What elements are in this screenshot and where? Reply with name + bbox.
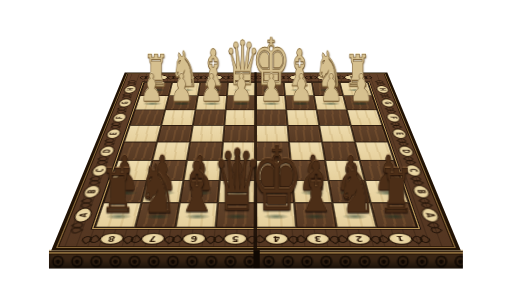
scroll-carving xyxy=(139,76,153,79)
scroll-carving xyxy=(249,76,262,79)
coordinate-label-8: 8 xyxy=(99,234,123,244)
square-a3 xyxy=(130,110,165,125)
scroll-carving xyxy=(379,93,389,100)
scroll-carving xyxy=(304,76,318,79)
scroll-carving xyxy=(110,121,122,129)
square-b4 xyxy=(157,125,193,142)
board-front-edge xyxy=(49,250,463,269)
square-d3 xyxy=(224,110,256,125)
square-h3 xyxy=(347,110,382,125)
scroll-carving xyxy=(166,76,180,79)
scroll-carving xyxy=(426,221,442,234)
scroll-carving xyxy=(331,76,345,79)
square-f3 xyxy=(286,110,319,125)
scroll-carving xyxy=(384,106,395,113)
coordinate-label-6: 6 xyxy=(183,234,206,244)
scroll-carving xyxy=(277,76,291,79)
scroll-carving xyxy=(287,235,308,242)
scroll-carving xyxy=(204,235,225,242)
square-a4 xyxy=(124,125,161,142)
scroll-carving xyxy=(163,235,184,242)
coordinate-label-F: F xyxy=(386,114,400,122)
coordinate-label-7: 7 xyxy=(141,234,164,244)
square-g3 xyxy=(317,110,351,125)
scroll-carving xyxy=(390,121,402,129)
chess-set-photo: 8172635445362718HHGGFFEEDDCCBBAA ♜♞♝♛♚♝♞… xyxy=(0,0,510,300)
coordinate-label-6: 6 xyxy=(290,75,305,79)
coordinate-label-7: 7 xyxy=(317,75,332,79)
coordinate-label-1: 1 xyxy=(388,234,412,244)
coordinate-label-5: 5 xyxy=(224,234,246,244)
scroll-carving xyxy=(194,76,208,79)
scroll-carving xyxy=(70,221,86,234)
scroll-carving xyxy=(410,235,433,242)
scroll-carving xyxy=(369,235,391,242)
coordinate-label-4: 4 xyxy=(266,234,288,244)
scroll-carving xyxy=(121,235,143,242)
coordinate-label-E: E xyxy=(391,129,406,138)
scroll-carving xyxy=(80,235,103,242)
scroll-carving xyxy=(222,76,236,79)
coordinate-label-2: 2 xyxy=(348,234,371,244)
coordinate-label-E: E xyxy=(106,129,121,138)
piece-glyph: ♜ xyxy=(377,164,413,221)
scroll-carving xyxy=(328,235,349,242)
piece-glyph: ♛ xyxy=(211,141,261,221)
square-h4 xyxy=(351,125,388,142)
coordinate-label-3: 3 xyxy=(307,234,330,244)
scroll-carving xyxy=(359,76,373,79)
chess-board: 8172635445362718HHGGFFEEDDCCBBAA ♜♞♝♛♚♝♞… xyxy=(51,72,461,250)
piece-glyph: ♜ xyxy=(99,164,135,221)
square-b3 xyxy=(161,110,195,125)
coordinate-label-5: 5 xyxy=(263,75,277,79)
scroll-carving xyxy=(117,106,128,113)
square-c3 xyxy=(193,110,226,125)
coordinate-label-F: F xyxy=(112,114,126,122)
coordinate-label-8: 8 xyxy=(345,75,360,79)
front-edge-seam xyxy=(253,250,259,269)
coordinate-label-4: 4 xyxy=(235,75,249,79)
square-e3 xyxy=(256,110,288,125)
scroll-carving xyxy=(375,80,385,86)
